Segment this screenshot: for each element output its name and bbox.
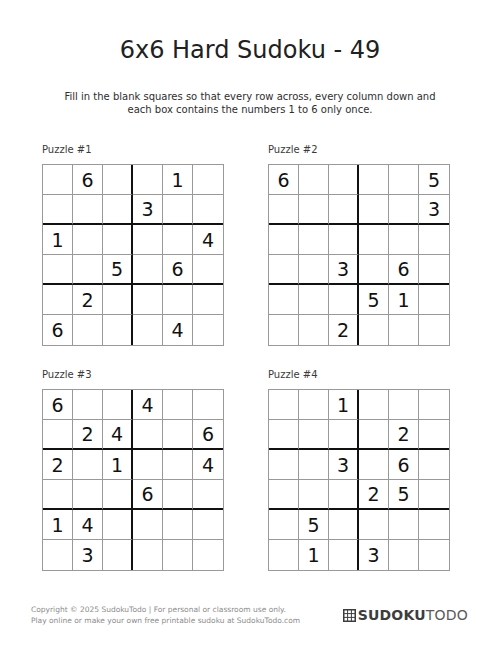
sudoku-cell: 3: [73, 540, 103, 570]
sudoku-cell: [359, 195, 389, 225]
footer-copyright-line-2: Play online or make your own free printa…: [31, 615, 300, 626]
sudoku-cell: [329, 420, 359, 450]
sudoku-cell: 1: [163, 165, 193, 195]
sudoku-cell: [269, 390, 299, 420]
sudoku-cell: [359, 315, 389, 345]
sudoku-cell: [103, 225, 133, 255]
sudoku-cell: [359, 255, 389, 285]
sudoku-cell: [269, 420, 299, 450]
sudoku-cell: [103, 390, 133, 420]
sudoku-cell: [193, 540, 223, 570]
sudoku-cell: [269, 195, 299, 225]
sudoku-cell: 6: [269, 165, 299, 195]
sudoku-grid-icon: [343, 609, 356, 622]
sudoku-cell: [73, 315, 103, 345]
sudoku-cell: [43, 420, 73, 450]
sudoku-cell: [193, 255, 223, 285]
sudoku-cell: [419, 285, 449, 315]
sudoku-cell: 4: [73, 510, 103, 540]
sudoku-cell: [133, 225, 163, 255]
sudoku-cell: [133, 315, 163, 345]
sudoku-cell: 3: [419, 195, 449, 225]
sudoku-cell: [43, 540, 73, 570]
sudoku-cell: [359, 165, 389, 195]
printable-sudoku-sheet: 6x6 Hard Sudoku - 49 Fill in the blank s…: [0, 0, 500, 647]
sudoku-cell: [163, 420, 193, 450]
sudoku-cell: [299, 390, 329, 420]
sudoku-cell: 2: [73, 285, 103, 315]
sudoku-cell: [359, 225, 389, 255]
sudoku-cell: 4: [163, 315, 193, 345]
sudoku-cell: [299, 165, 329, 195]
sudoku-cell: 1: [103, 450, 133, 480]
sudoku-cell: [329, 540, 359, 570]
logo-text-sudoku: SUDOKU: [358, 607, 426, 623]
sudoku-cell: [299, 195, 329, 225]
sudoku-cell: [133, 165, 163, 195]
sudoku-cell: [133, 420, 163, 450]
sudoku-cell: [329, 195, 359, 225]
sudoku-cell: [193, 165, 223, 195]
sudoku-cell: [163, 540, 193, 570]
sudoku-grid-3: 642462146143: [42, 389, 224, 571]
sudoku-cell: [329, 285, 359, 315]
sudoku-cell: 6: [43, 390, 73, 420]
sudoku-cell: [133, 540, 163, 570]
sudoku-cell: [419, 315, 449, 345]
sudoku-cell: [419, 540, 449, 570]
sudoku-cell: [299, 225, 329, 255]
sudoku-cell: 5: [359, 285, 389, 315]
sudoku-cell: 1: [329, 390, 359, 420]
sudoku-cell: [419, 480, 449, 510]
sudoku-cell: [73, 450, 103, 480]
sudoku-cell: [389, 315, 419, 345]
sudoku-cell: 5: [103, 255, 133, 285]
sudoku-cell: 6: [389, 255, 419, 285]
sudoku-cell: [359, 390, 389, 420]
sudoku-cell: [359, 420, 389, 450]
puzzle-4: Puzzle #4 123625513: [268, 369, 450, 571]
sudoku-cell: 5: [389, 480, 419, 510]
sudoku-cell: 1: [43, 510, 73, 540]
sudoku-cell: [269, 225, 299, 255]
sudoku-cell: [269, 285, 299, 315]
sudoku-cell: [73, 255, 103, 285]
sudoku-cell: [43, 285, 73, 315]
sudoku-cell: 3: [359, 540, 389, 570]
sudoku-cell: [193, 195, 223, 225]
sudoku-cell: 6: [73, 165, 103, 195]
sudoku-cell: [73, 480, 103, 510]
sudoku-cell: [163, 285, 193, 315]
sudoku-cell: 3: [329, 255, 359, 285]
sudoku-cell: [193, 510, 223, 540]
sudoku-cell: [163, 390, 193, 420]
sudoku-cell: 5: [299, 510, 329, 540]
sudoku-cell: [359, 510, 389, 540]
sudoku-cell: [389, 195, 419, 225]
puzzle-3-label: Puzzle #3: [42, 369, 224, 381]
puzzle-3: Puzzle #3 642462146143: [42, 369, 224, 571]
sudoku-cell: [269, 480, 299, 510]
sudoku-cell: [73, 195, 103, 225]
sudoku-cell: 4: [193, 225, 223, 255]
sudoku-cell: 1: [43, 225, 73, 255]
sudoku-cell: [163, 195, 193, 225]
instructions-line-2: each box contains the numbers 1 to 6 onl…: [0, 103, 500, 116]
sudoku-cell: [73, 390, 103, 420]
page-title: 6x6 Hard Sudoku - 49: [0, 36, 500, 64]
sudoku-cell: [269, 540, 299, 570]
sudoku-cell: [103, 480, 133, 510]
sudoku-cell: [359, 450, 389, 480]
sudoku-cell: [133, 255, 163, 285]
sudoku-cell: 6: [389, 450, 419, 480]
sudoku-cell: [329, 225, 359, 255]
sudoku-cell: [43, 165, 73, 195]
instructions-line-1: Fill in the blank squares so that every …: [0, 90, 500, 103]
sudoku-cell: [103, 540, 133, 570]
sudoku-cell: [389, 540, 419, 570]
sudoku-cell: [419, 510, 449, 540]
sudoku-cell: [419, 225, 449, 255]
sudoku-cell: [329, 165, 359, 195]
sudoku-cell: [419, 420, 449, 450]
sudoku-cell: [389, 510, 419, 540]
sudoku-cell: [163, 450, 193, 480]
sudoku-cell: 6: [43, 315, 73, 345]
sudoku-cell: [193, 390, 223, 420]
sudoku-cell: [193, 315, 223, 345]
sudoku-cell: [299, 315, 329, 345]
sudoku-cell: [419, 390, 449, 420]
sudoku-cell: 5: [419, 165, 449, 195]
sudoku-cell: [103, 510, 133, 540]
sudoku-cell: 2: [73, 420, 103, 450]
puzzle-1: Puzzle #1 6131456264: [42, 144, 224, 346]
sudoku-cell: [103, 195, 133, 225]
sudoku-cell: [299, 285, 329, 315]
sudoku-cell: [163, 225, 193, 255]
sudoku-cell: 2: [329, 315, 359, 345]
sudoku-cell: 1: [389, 285, 419, 315]
sudoku-cell: [419, 450, 449, 480]
sudokutodo-logo: SUDOKUTODO: [343, 607, 468, 623]
sudoku-cell: 6: [133, 480, 163, 510]
puzzle-2: Puzzle #2 65336512: [268, 144, 450, 346]
sudoku-cell: [389, 225, 419, 255]
puzzle-2-label: Puzzle #2: [268, 144, 450, 156]
sudoku-cell: [163, 510, 193, 540]
sudoku-cell: [269, 315, 299, 345]
sudoku-cell: [299, 420, 329, 450]
sudoku-cell: [163, 480, 193, 510]
logo-text-todo: TODO: [426, 607, 468, 623]
sudoku-cell: [133, 285, 163, 315]
sudoku-cell: [43, 480, 73, 510]
puzzle-1-label: Puzzle #1: [42, 144, 224, 156]
sudoku-cell: [43, 255, 73, 285]
sudoku-cell: [103, 165, 133, 195]
sudoku-cell: 2: [43, 450, 73, 480]
footer-copyright: Copyright © 2025 SudokuTodo | For person…: [31, 604, 300, 626]
sudoku-cell: 2: [389, 420, 419, 450]
sudoku-cell: 6: [163, 255, 193, 285]
sudoku-cell: [133, 450, 163, 480]
footer-copyright-line-1: Copyright © 2025 SudokuTodo | For person…: [31, 604, 300, 615]
sudoku-cell: 1: [299, 540, 329, 570]
sudoku-cell: [193, 285, 223, 315]
puzzle-4-label: Puzzle #4: [268, 369, 450, 381]
sudoku-cell: [419, 255, 449, 285]
sudoku-cell: [299, 450, 329, 480]
sudoku-cell: 4: [193, 450, 223, 480]
sudoku-cell: [103, 315, 133, 345]
sudoku-cell: [329, 510, 359, 540]
sudoku-cell: [133, 510, 163, 540]
sudoku-cell: [299, 255, 329, 285]
sudoku-cell: 4: [133, 390, 163, 420]
sudoku-grid-4: 123625513: [268, 389, 450, 571]
sudoku-cell: [193, 480, 223, 510]
sudoku-cell: [269, 510, 299, 540]
sudoku-cell: [103, 285, 133, 315]
sudoku-cell: 3: [329, 450, 359, 480]
instructions: Fill in the blank squares so that every …: [0, 90, 500, 116]
sudoku-cell: [299, 480, 329, 510]
sudoku-grid-2: 65336512: [268, 164, 450, 346]
sudoku-cell: 3: [133, 195, 163, 225]
sudoku-grid-1: 6131456264: [42, 164, 224, 346]
sudoku-cell: [389, 390, 419, 420]
sudoku-cell: 6: [193, 420, 223, 450]
logo-text: SUDOKUTODO: [358, 607, 468, 623]
sudoku-cell: [269, 450, 299, 480]
sudoku-cell: [389, 165, 419, 195]
sudoku-cell: [43, 195, 73, 225]
sudoku-cell: 2: [359, 480, 389, 510]
sudoku-cell: [329, 480, 359, 510]
sudoku-cell: 4: [103, 420, 133, 450]
sudoku-cell: [269, 255, 299, 285]
sudoku-cell: [73, 225, 103, 255]
